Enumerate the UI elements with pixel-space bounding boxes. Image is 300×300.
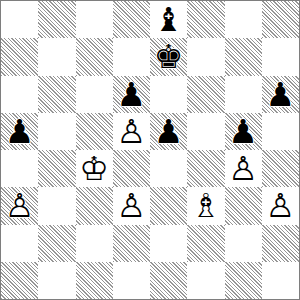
white-pawn-icon: ♙ (113, 113, 150, 150)
square-d6[interactable]: ♟ (113, 76, 150, 113)
square-g4[interactable]: ♟♙ (225, 150, 262, 187)
square-g3[interactable] (225, 187, 262, 224)
white-pawn-icon: ♙ (262, 187, 299, 224)
square-f8[interactable] (187, 1, 224, 38)
piece-white-pawn[interactable]: ♟♙ (225, 150, 262, 187)
black-pawn-icon: ♟ (113, 76, 150, 113)
square-e4[interactable] (150, 150, 187, 187)
white-bishop-icon: ♗ (187, 187, 224, 224)
square-f4[interactable] (187, 150, 224, 187)
square-h2[interactable] (262, 225, 299, 262)
black-king-icon: ♚ (150, 38, 187, 75)
square-e6[interactable] (150, 76, 187, 113)
square-a4[interactable] (1, 150, 38, 187)
black-pawn-icon: ♟ (150, 113, 187, 150)
square-b7[interactable] (38, 38, 75, 75)
square-g1[interactable] (225, 262, 262, 299)
square-h5[interactable] (262, 113, 299, 150)
square-h7[interactable] (262, 38, 299, 75)
piece-black-pawn[interactable]: ♟ (225, 113, 262, 150)
piece-black-pawn[interactable]: ♟ (262, 76, 299, 113)
square-a1[interactable] (1, 262, 38, 299)
white-pawn-icon: ♙ (225, 150, 262, 187)
piece-black-pawn[interactable]: ♟ (1, 113, 38, 150)
square-f1[interactable] (187, 262, 224, 299)
square-d2[interactable] (113, 225, 150, 262)
square-e1[interactable] (150, 262, 187, 299)
square-d8[interactable] (113, 1, 150, 38)
piece-white-pawn[interactable]: ♟♙ (113, 187, 150, 224)
square-g5[interactable]: ♟ (225, 113, 262, 150)
piece-black-bishop[interactable]: ♝ (150, 1, 187, 38)
square-b1[interactable] (38, 262, 75, 299)
square-e5[interactable]: ♟ (150, 113, 187, 150)
square-e7[interactable]: ♚ (150, 38, 187, 75)
square-e3[interactable] (150, 187, 187, 224)
square-b8[interactable] (38, 1, 75, 38)
square-b3[interactable] (38, 187, 75, 224)
square-h4[interactable] (262, 150, 299, 187)
piece-white-king[interactable]: ♚♔ (76, 150, 113, 187)
square-d1[interactable] (113, 262, 150, 299)
piece-white-bishop[interactable]: ♝♗ (187, 187, 224, 224)
black-pawn-icon: ♟ (1, 113, 38, 150)
square-d5[interactable]: ♟♙ (113, 113, 150, 150)
square-h8[interactable] (262, 1, 299, 38)
square-f6[interactable] (187, 76, 224, 113)
black-pawn-icon: ♟ (262, 76, 299, 113)
square-c5[interactable] (76, 113, 113, 150)
square-c2[interactable] (76, 225, 113, 262)
square-g2[interactable] (225, 225, 262, 262)
square-c4[interactable]: ♚♔ (76, 150, 113, 187)
square-h3[interactable]: ♟♙ (262, 187, 299, 224)
square-c6[interactable] (76, 76, 113, 113)
square-f2[interactable] (187, 225, 224, 262)
square-f3[interactable]: ♝♗ (187, 187, 224, 224)
square-c7[interactable] (76, 38, 113, 75)
square-a6[interactable] (1, 76, 38, 113)
square-a3[interactable]: ♟♙ (1, 187, 38, 224)
square-c3[interactable] (76, 187, 113, 224)
black-pawn-icon: ♟ (225, 113, 262, 150)
square-h1[interactable] (262, 262, 299, 299)
chess-board: ♝♚♟♟♟♟♙♟♟♚♔♟♙♟♙♟♙♝♗♟♙ (0, 0, 300, 300)
square-g6[interactable] (225, 76, 262, 113)
square-a2[interactable] (1, 225, 38, 262)
square-c8[interactable] (76, 1, 113, 38)
white-pawn-icon: ♙ (1, 187, 38, 224)
square-g8[interactable] (225, 1, 262, 38)
square-g7[interactable] (225, 38, 262, 75)
square-e2[interactable] (150, 225, 187, 262)
white-king-icon: ♔ (76, 150, 113, 187)
square-f7[interactable] (187, 38, 224, 75)
square-b5[interactable] (38, 113, 75, 150)
square-d3[interactable]: ♟♙ (113, 187, 150, 224)
square-b4[interactable] (38, 150, 75, 187)
square-a7[interactable] (1, 38, 38, 75)
piece-black-pawn[interactable]: ♟ (113, 76, 150, 113)
square-a5[interactable]: ♟ (1, 113, 38, 150)
square-b2[interactable] (38, 225, 75, 262)
piece-white-pawn[interactable]: ♟♙ (113, 113, 150, 150)
piece-black-king[interactable]: ♚ (150, 38, 187, 75)
square-e8[interactable]: ♝ (150, 1, 187, 38)
white-pawn-icon: ♙ (113, 187, 150, 224)
square-a8[interactable] (1, 1, 38, 38)
square-f5[interactable] (187, 113, 224, 150)
square-c1[interactable] (76, 262, 113, 299)
piece-white-pawn[interactable]: ♟♙ (1, 187, 38, 224)
square-d7[interactable] (113, 38, 150, 75)
piece-white-pawn[interactable]: ♟♙ (262, 187, 299, 224)
square-b6[interactable] (38, 76, 75, 113)
piece-black-pawn[interactable]: ♟ (150, 113, 187, 150)
black-bishop-icon: ♝ (150, 1, 187, 38)
square-d4[interactable] (113, 150, 150, 187)
square-h6[interactable]: ♟ (262, 76, 299, 113)
